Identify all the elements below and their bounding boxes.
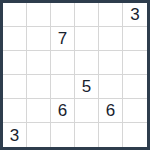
empty-cell-r3c6[interactable]	[123, 51, 147, 75]
empty-cell-r6c3[interactable]	[51, 123, 75, 147]
empty-cell-r6c5[interactable]	[99, 123, 123, 147]
clue-cell-r1c6: 3	[123, 3, 147, 27]
empty-cell-r5c4[interactable]	[75, 99, 99, 123]
empty-cell-r1c5[interactable]	[99, 3, 123, 27]
empty-cell-r6c2[interactable]	[27, 123, 51, 147]
empty-cell-r1c4[interactable]	[75, 3, 99, 27]
clue-cell-r5c3: 6	[51, 99, 75, 123]
puzzle-board: 375663	[0, 0, 150, 150]
empty-cell-r3c2[interactable]	[27, 51, 51, 75]
empty-cell-r3c4[interactable]	[75, 51, 99, 75]
clue-cell-r5c5: 6	[99, 99, 123, 123]
empty-cell-r4c6[interactable]	[123, 75, 147, 99]
empty-cell-r2c2[interactable]	[27, 27, 51, 51]
empty-cell-r5c2[interactable]	[27, 99, 51, 123]
empty-cell-r2c6[interactable]	[123, 27, 147, 51]
empty-cell-r2c4[interactable]	[75, 27, 99, 51]
empty-cell-r3c3[interactable]	[51, 51, 75, 75]
empty-cell-r2c5[interactable]	[99, 27, 123, 51]
clue-cell-r4c4: 5	[75, 75, 99, 99]
empty-cell-r4c3[interactable]	[51, 75, 75, 99]
clue-cell-r2c3: 7	[51, 27, 75, 51]
empty-cell-r3c5[interactable]	[99, 51, 123, 75]
empty-cell-r1c2[interactable]	[27, 3, 51, 27]
empty-cell-r2c1[interactable]	[3, 27, 27, 51]
empty-cell-r1c3[interactable]	[51, 3, 75, 27]
empty-cell-r4c1[interactable]	[3, 75, 27, 99]
empty-cell-r6c4[interactable]	[75, 123, 99, 147]
empty-cell-r1c1[interactable]	[3, 3, 27, 27]
empty-cell-r5c6[interactable]	[123, 99, 147, 123]
empty-cell-r4c2[interactable]	[27, 75, 51, 99]
empty-cell-r4c5[interactable]	[99, 75, 123, 99]
empty-cell-r3c1[interactable]	[3, 51, 27, 75]
empty-cell-r6c6[interactable]	[123, 123, 147, 147]
clue-cell-r6c1: 3	[3, 123, 27, 147]
empty-cell-r5c1[interactable]	[3, 99, 27, 123]
